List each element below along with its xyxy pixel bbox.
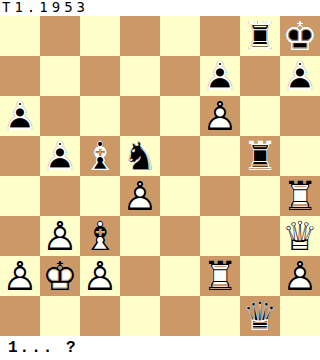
piece-white-pawn: ♟♙: [80, 256, 120, 296]
square-d6[interactable]: [120, 96, 160, 136]
rook-fill-glyph: ♜: [240, 16, 280, 56]
piece-white-pawn: ♟♙: [120, 176, 160, 216]
king-fill-glyph: ♚: [40, 256, 80, 296]
piece-black-pawn: ♟♙: [0, 96, 40, 136]
square-g2[interactable]: [240, 256, 280, 296]
puzzle-id: T1.1953: [2, 0, 89, 16]
pawn-outline-glyph: ♙: [280, 256, 320, 296]
rook-fill-glyph: ♜: [240, 136, 280, 176]
queen-outline-glyph: ♕: [240, 296, 280, 336]
square-a3[interactable]: [0, 216, 40, 256]
square-a7[interactable]: [0, 56, 40, 96]
rook-fill-glyph: ♜: [280, 176, 320, 216]
square-f1[interactable]: [200, 296, 240, 336]
pawn-fill-glyph: ♟: [40, 216, 80, 256]
square-c3[interactable]: ♝♗: [80, 216, 120, 256]
square-a6[interactable]: ♟♙: [0, 96, 40, 136]
pawn-outline-glyph: ♙: [80, 256, 120, 296]
square-c2[interactable]: ♟♙: [80, 256, 120, 296]
square-h7[interactable]: ♟♙: [280, 56, 320, 96]
square-h2[interactable]: ♟♙: [280, 256, 320, 296]
square-e3[interactable]: [160, 216, 200, 256]
pawn-fill-glyph: ♟: [0, 96, 40, 136]
rook-fill-glyph: ♜: [200, 256, 240, 296]
piece-black-bishop: ♝♗: [80, 136, 120, 176]
king-fill-glyph: ♚: [280, 16, 320, 56]
pawn-outline-glyph: ♙: [200, 56, 240, 96]
pawn-fill-glyph: ♟: [0, 256, 40, 296]
piece-white-rook: ♜♖: [280, 176, 320, 216]
square-a4[interactable]: [0, 176, 40, 216]
square-d3[interactable]: [120, 216, 160, 256]
queen-fill-glyph: ♛: [240, 296, 280, 336]
square-h3[interactable]: ♛♕: [280, 216, 320, 256]
square-f5[interactable]: [200, 136, 240, 176]
square-c5[interactable]: ♝♗: [80, 136, 120, 176]
square-e4[interactable]: [160, 176, 200, 216]
square-e7[interactable]: [160, 56, 200, 96]
piece-white-king: ♚♔: [40, 256, 80, 296]
square-e5[interactable]: [160, 136, 200, 176]
piece-black-king: ♚♔: [280, 16, 320, 56]
pawn-outline-glyph: ♙: [200, 96, 240, 136]
square-b1[interactable]: [40, 296, 80, 336]
chess-board: ♜♖♚♔♟♙♟♙♟♙♟♙♟♙♝♗♞♘♜♖♟♙♜♖♟♙♝♗♛♕♟♙♚♔♟♙♜♖♟♙…: [0, 16, 320, 336]
pawn-fill-glyph: ♟: [280, 256, 320, 296]
square-f4[interactable]: [200, 176, 240, 216]
square-f6[interactable]: ♟♙: [200, 96, 240, 136]
pawn-fill-glyph: ♟: [40, 136, 80, 176]
square-a1[interactable]: [0, 296, 40, 336]
square-e6[interactable]: [160, 96, 200, 136]
square-g8[interactable]: ♜♖: [240, 16, 280, 56]
piece-black-rook: ♜♖: [240, 136, 280, 176]
square-g6[interactable]: [240, 96, 280, 136]
square-e2[interactable]: [160, 256, 200, 296]
square-g4[interactable]: [240, 176, 280, 216]
pawn-outline-glyph: ♙: [0, 96, 40, 136]
square-g1[interactable]: ♛♕: [240, 296, 280, 336]
square-a5[interactable]: [0, 136, 40, 176]
bishop-fill-glyph: ♝: [80, 216, 120, 256]
square-g5[interactable]: ♜♖: [240, 136, 280, 176]
square-d7[interactable]: [120, 56, 160, 96]
chess-puzzle-window: T1.1953 ♜♖♚♔♟♙♟♙♟♙♟♙♟♙♝♗♞♘♜♖♟♙♜♖♟♙♝♗♛♕♟♙…: [0, 0, 320, 360]
square-c4[interactable]: [80, 176, 120, 216]
rook-outline-glyph: ♖: [200, 256, 240, 296]
king-outline-glyph: ♔: [280, 16, 320, 56]
piece-white-bishop: ♝♗: [80, 216, 120, 256]
king-outline-glyph: ♔: [40, 256, 80, 296]
pawn-outline-glyph: ♙: [40, 136, 80, 176]
square-b5[interactable]: ♟♙: [40, 136, 80, 176]
square-c1[interactable]: [80, 296, 120, 336]
square-f7[interactable]: ♟♙: [200, 56, 240, 96]
square-e8[interactable]: [160, 16, 200, 56]
knight-outline-glyph: ♘: [120, 136, 160, 176]
bishop-outline-glyph: ♗: [80, 216, 120, 256]
piece-white-pawn: ♟♙: [280, 256, 320, 296]
square-c8[interactable]: [80, 16, 120, 56]
square-b8[interactable]: [40, 16, 80, 56]
pawn-fill-glyph: ♟: [280, 56, 320, 96]
square-b3[interactable]: ♟♙: [40, 216, 80, 256]
square-d2[interactable]: [120, 256, 160, 296]
square-b7[interactable]: [40, 56, 80, 96]
piece-black-pawn: ♟♙: [200, 56, 240, 96]
pawn-outline-glyph: ♙: [280, 56, 320, 96]
square-h4[interactable]: ♜♖: [280, 176, 320, 216]
square-c7[interactable]: [80, 56, 120, 96]
square-d1[interactable]: [120, 296, 160, 336]
move-prompt: 1... ?: [8, 338, 78, 358]
square-f2[interactable]: ♜♖: [200, 256, 240, 296]
square-h1[interactable]: [280, 296, 320, 336]
piece-white-rook: ♜♖: [200, 256, 240, 296]
bishop-fill-glyph: ♝: [80, 136, 120, 176]
piece-white-pawn: ♟♙: [0, 256, 40, 296]
square-g7[interactable]: [240, 56, 280, 96]
square-f3[interactable]: [200, 216, 240, 256]
pawn-outline-glyph: ♙: [120, 176, 160, 216]
square-b2[interactable]: ♚♔: [40, 256, 80, 296]
square-a2[interactable]: ♟♙: [0, 256, 40, 296]
piece-black-pawn: ♟♙: [280, 56, 320, 96]
square-e1[interactable]: [160, 296, 200, 336]
piece-white-queen: ♛♕: [280, 216, 320, 256]
square-h5[interactable]: [280, 136, 320, 176]
piece-black-rook: ♜♖: [240, 16, 280, 56]
rook-outline-glyph: ♖: [240, 16, 280, 56]
piece-black-pawn: ♟♙: [40, 136, 80, 176]
square-a8[interactable]: [0, 16, 40, 56]
pawn-fill-glyph: ♟: [120, 176, 160, 216]
knight-fill-glyph: ♞: [120, 136, 160, 176]
square-h6[interactable]: [280, 96, 320, 136]
pawn-outline-glyph: ♙: [40, 216, 80, 256]
square-b4[interactable]: [40, 176, 80, 216]
queen-outline-glyph: ♕: [280, 216, 320, 256]
pawn-outline-glyph: ♙: [0, 256, 40, 296]
square-h8[interactable]: ♚♔: [280, 16, 320, 56]
pawn-fill-glyph: ♟: [200, 56, 240, 96]
piece-black-queen: ♛♕: [240, 296, 280, 336]
bishop-outline-glyph: ♗: [80, 136, 120, 176]
queen-fill-glyph: ♛: [280, 216, 320, 256]
square-f8[interactable]: [200, 16, 240, 56]
rook-outline-glyph: ♖: [280, 176, 320, 216]
square-d4[interactable]: ♟♙: [120, 176, 160, 216]
piece-white-pawn: ♟♙: [40, 216, 80, 256]
square-c6[interactable]: [80, 96, 120, 136]
piece-black-knight: ♞♘: [120, 136, 160, 176]
square-b6[interactable]: [40, 96, 80, 136]
square-g3[interactable]: [240, 216, 280, 256]
rook-outline-glyph: ♖: [240, 136, 280, 176]
square-d5[interactable]: ♞♘: [120, 136, 160, 176]
square-d8[interactable]: [120, 16, 160, 56]
pawn-fill-glyph: ♟: [200, 96, 240, 136]
pawn-fill-glyph: ♟: [80, 256, 120, 296]
piece-white-pawn: ♟♙: [200, 96, 240, 136]
